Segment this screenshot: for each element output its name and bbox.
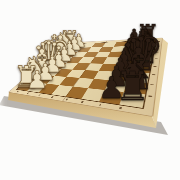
chess-set-product-photo: ♜♞♝♛♚♝♞♜♟♟♟♟♟♟♟♟♟♟♟♟♟♟♟♟♜♞♝♛♚♝♞♜: [0, 0, 180, 180]
chessboard: [9, 38, 162, 116]
square-a8: [119, 92, 145, 108]
board-grid: [16, 40, 157, 109]
